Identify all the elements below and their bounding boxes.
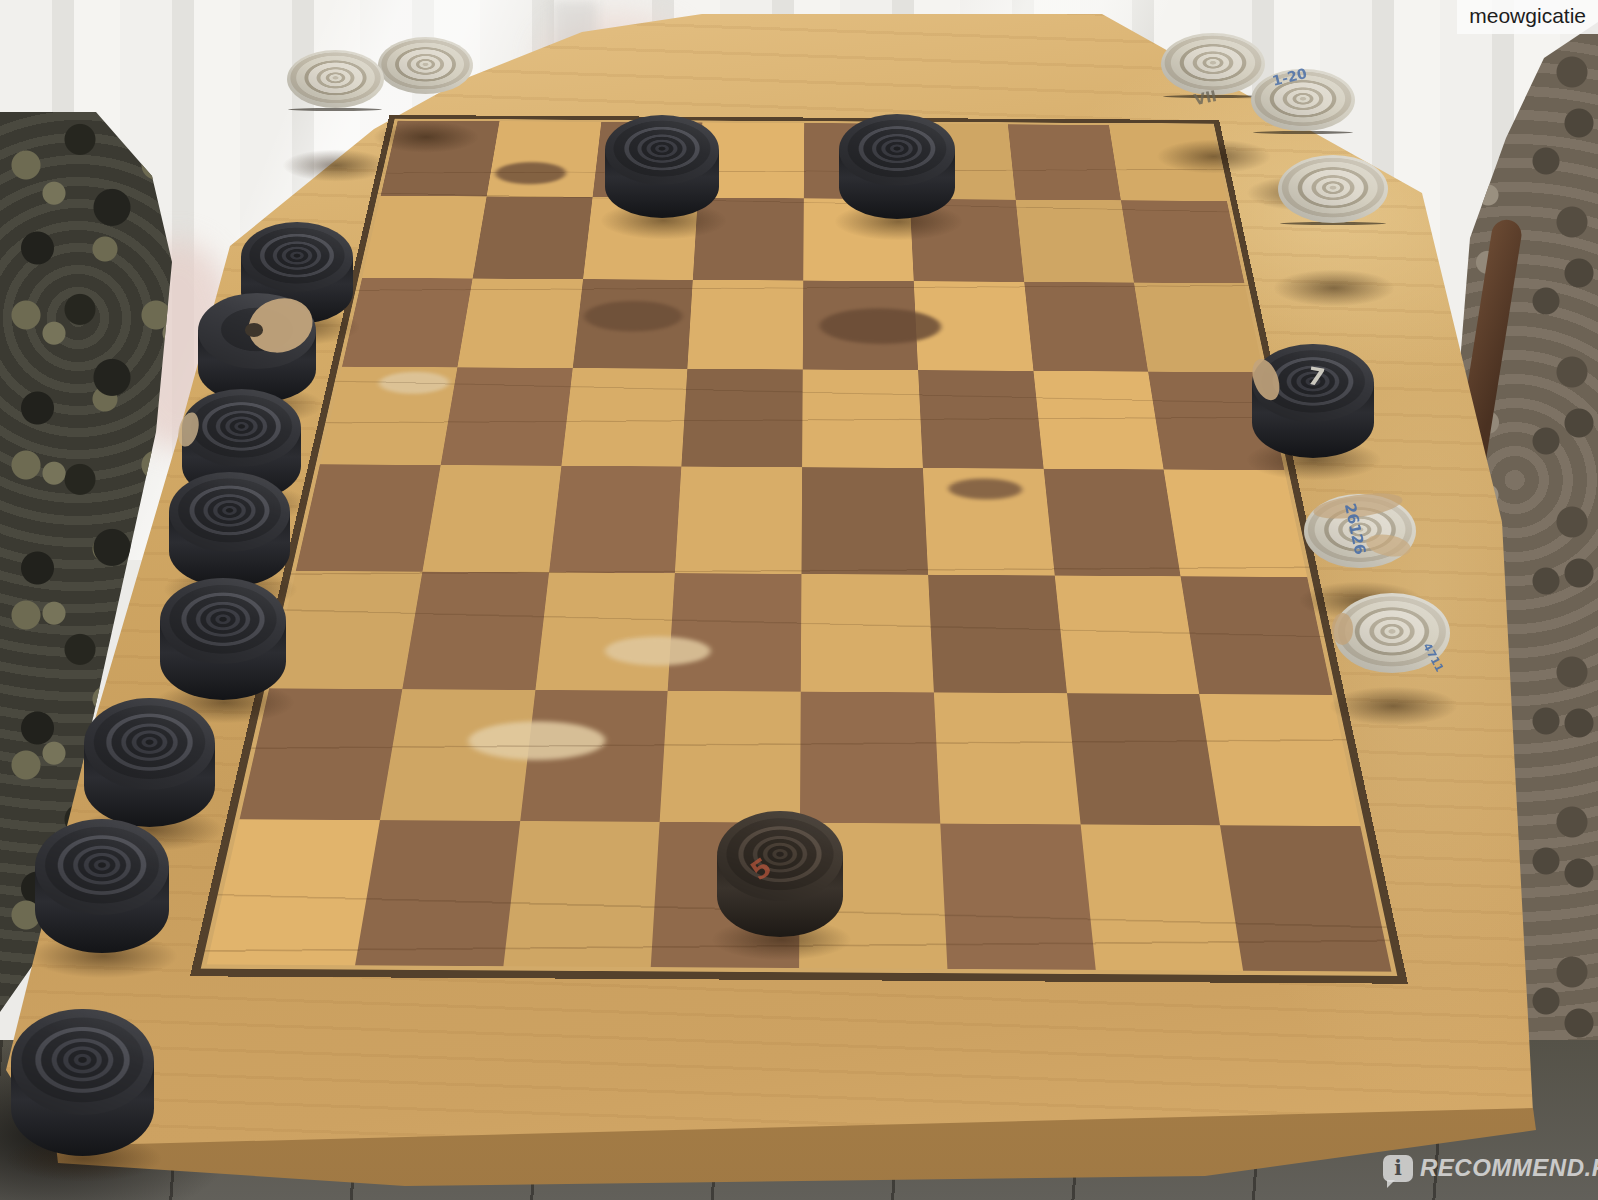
square-r1c7-dark[interactable] bbox=[1121, 201, 1244, 284]
square-r6c5-light[interactable] bbox=[934, 693, 1080, 825]
square-r7c0-light[interactable] bbox=[207, 819, 380, 965]
square-r6c4-dark[interactable] bbox=[800, 692, 940, 823]
square-r0c6-dark[interactable] bbox=[1008, 124, 1122, 200]
checker-face bbox=[169, 472, 290, 553]
checker-face bbox=[1278, 155, 1388, 223]
photo-canvas: 57VII1-20261264711 meowgicatie i RECOMME… bbox=[0, 0, 1598, 1200]
square-r5c6-light[interactable] bbox=[1054, 575, 1199, 694]
watermark-username: meowgicatie bbox=[1457, 0, 1598, 34]
square-r4c2-dark[interactable] bbox=[549, 466, 682, 574]
checker-face bbox=[839, 114, 955, 185]
square-r4c7-light[interactable] bbox=[1164, 469, 1307, 577]
square-r2c7-light[interactable] bbox=[1134, 282, 1263, 372]
checker-face bbox=[717, 811, 843, 901]
square-r5c4-light[interactable] bbox=[801, 574, 934, 693]
square-r5c2-light[interactable] bbox=[535, 572, 675, 691]
square-r5c3-dark[interactable] bbox=[668, 573, 802, 692]
checker-face bbox=[241, 222, 353, 292]
worn-patch bbox=[1364, 531, 1412, 559]
checker-face bbox=[287, 50, 384, 108]
square-r7c7-dark[interactable] bbox=[1220, 825, 1391, 972]
checker-face bbox=[198, 293, 316, 368]
square-r2c3-light[interactable] bbox=[688, 280, 804, 370]
square-r3c4-light[interactable] bbox=[802, 370, 923, 468]
square-r7c6-light[interactable] bbox=[1080, 824, 1243, 971]
square-r2c1-light[interactable] bbox=[457, 278, 583, 368]
checker-face bbox=[605, 115, 719, 185]
square-r2c6-dark[interactable] bbox=[1024, 282, 1148, 372]
square-r6c6-dark[interactable] bbox=[1067, 693, 1221, 825]
square-r6c3-light[interactable] bbox=[660, 691, 801, 822]
checker-face bbox=[1161, 33, 1265, 95]
square-r5c1-dark[interactable] bbox=[402, 572, 549, 691]
board-wear-patch-6 bbox=[947, 478, 1022, 499]
checker-face bbox=[160, 578, 286, 664]
speech-bubble-i-icon: i bbox=[1383, 1155, 1413, 1182]
square-r3c3-dark[interactable] bbox=[682, 369, 803, 467]
square-r7c5-dark[interactable] bbox=[940, 823, 1095, 970]
square-r1c0-light[interactable] bbox=[362, 196, 486, 278]
checker-face bbox=[11, 1009, 154, 1116]
checker-face bbox=[84, 698, 215, 790]
square-r5c5-dark[interactable] bbox=[928, 575, 1067, 694]
square-r4c6-dark[interactable] bbox=[1043, 468, 1181, 576]
square-r4c3-light[interactable] bbox=[675, 466, 802, 574]
square-r1c1-dark[interactable] bbox=[472, 197, 592, 279]
square-r7c2-light[interactable] bbox=[503, 821, 660, 967]
square-r3c1-dark[interactable] bbox=[441, 367, 573, 465]
recommend-ru-watermark[interactable]: i RECOMMEND.RU bbox=[1383, 1154, 1598, 1182]
square-r0c1-light[interactable] bbox=[486, 121, 601, 197]
square-r4c0-dark[interactable] bbox=[296, 464, 441, 572]
square-r3c5-dark[interactable] bbox=[918, 370, 1043, 468]
watermark-site-label: RECOMMEND.RU bbox=[1420, 1154, 1598, 1182]
checker-face bbox=[182, 389, 301, 467]
square-r4c4-dark[interactable] bbox=[801, 467, 927, 575]
checker-face bbox=[35, 819, 169, 915]
worn-patch bbox=[1332, 613, 1353, 645]
square-r1c6-light[interactable] bbox=[1015, 200, 1134, 283]
square-r4c1-light[interactable] bbox=[422, 465, 561, 573]
square-r3c2-light[interactable] bbox=[561, 368, 687, 466]
worn-patch bbox=[245, 323, 263, 337]
checker-face bbox=[378, 37, 473, 94]
square-r7c1-dark[interactable] bbox=[355, 820, 520, 966]
square-r3c6-light[interactable] bbox=[1033, 371, 1164, 469]
